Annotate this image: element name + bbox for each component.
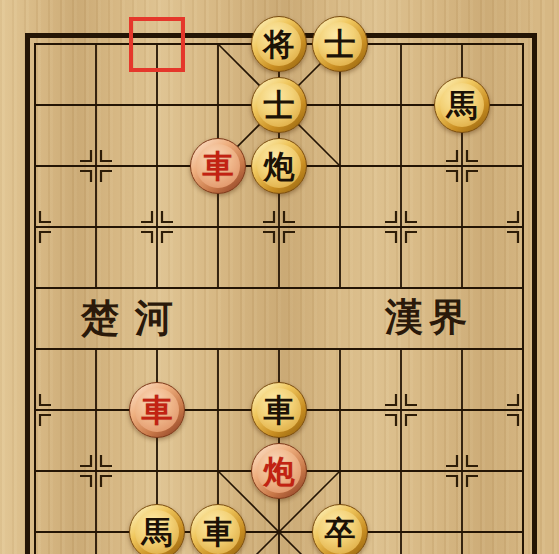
- piece-black-chariot[interactable]: 車: [251, 382, 307, 438]
- board-point-1-1[interactable]: [66, 75, 127, 136]
- board-point-5-8[interactable]: 卒: [310, 502, 371, 554]
- board-point-2-3[interactable]: [127, 197, 188, 258]
- board-point-7-7[interactable]: [432, 441, 493, 502]
- board-point-5-0[interactable]: 士: [310, 14, 371, 75]
- board-point-7-6[interactable]: [432, 380, 493, 441]
- board-point-5-6[interactable]: [310, 380, 371, 441]
- board-point-0-3[interactable]: [5, 197, 66, 258]
- piece-face: 士: [257, 83, 301, 127]
- piece-face: 馬: [440, 83, 484, 127]
- board-point-7-5[interactable]: [432, 319, 493, 380]
- board-point-6-7[interactable]: [371, 441, 432, 502]
- board-point-4-3[interactable]: [249, 197, 310, 258]
- board-point-5-1[interactable]: [310, 75, 371, 136]
- board-point-4-8[interactable]: [249, 502, 310, 554]
- board-point-1-5[interactable]: [66, 319, 127, 380]
- board-point-3-4[interactable]: [188, 258, 249, 319]
- board-point-5-4[interactable]: [310, 258, 371, 319]
- board-point-7-4[interactable]: [432, 258, 493, 319]
- piece-face: 将: [257, 22, 301, 66]
- board-point-7-3[interactable]: [432, 197, 493, 258]
- board-point-5-7[interactable]: [310, 441, 371, 502]
- xiangqi-screenshot: 楚河 漢界 将士士馬車炮車車炮馬車卒: [0, 0, 559, 554]
- board-point-0-1[interactable]: [5, 75, 66, 136]
- board-point-4-5[interactable]: [249, 319, 310, 380]
- piece-black-soldier[interactable]: 卒: [312, 504, 368, 554]
- board-point-5-5[interactable]: [310, 319, 371, 380]
- board-point-1-8[interactable]: [66, 502, 127, 554]
- piece-face: 車: [135, 388, 179, 432]
- piece-black-horse[interactable]: 馬: [434, 77, 490, 133]
- board-point-8-0[interactable]: [493, 14, 554, 75]
- board-point-6-5[interactable]: [371, 319, 432, 380]
- board-point-0-0[interactable]: [5, 14, 66, 75]
- board-point-3-6[interactable]: [188, 380, 249, 441]
- piece-black-advisor[interactable]: 士: [312, 16, 368, 72]
- board-point-1-0[interactable]: [66, 14, 127, 75]
- board-point-6-1[interactable]: [371, 75, 432, 136]
- piece-black-horse[interactable]: 馬: [129, 504, 185, 554]
- piece-glyph: 車: [203, 144, 234, 188]
- board-point-2-0[interactable]: [127, 14, 188, 75]
- board-point-2-8[interactable]: 馬: [127, 502, 188, 554]
- board-point-0-6[interactable]: [5, 380, 66, 441]
- board-point-0-4[interactable]: [5, 258, 66, 319]
- board-point-1-2[interactable]: [66, 136, 127, 197]
- board-point-8-2[interactable]: [493, 136, 554, 197]
- board-point-8-6[interactable]: [493, 380, 554, 441]
- board-point-6-8[interactable]: [371, 502, 432, 554]
- piece-glyph: 炮: [264, 144, 295, 188]
- piece-glyph: 馬: [447, 83, 478, 127]
- board-point-0-7[interactable]: [5, 441, 66, 502]
- board-point-8-4[interactable]: [493, 258, 554, 319]
- board-point-4-1[interactable]: 士: [249, 75, 310, 136]
- piece-glyph: 炮: [264, 449, 295, 493]
- board-point-7-1[interactable]: 馬: [432, 75, 493, 136]
- board-point-5-2[interactable]: [310, 136, 371, 197]
- piece-glyph: 将: [264, 22, 295, 66]
- board-point-8-8[interactable]: [493, 502, 554, 554]
- piece-face: 炮: [257, 449, 301, 493]
- piece-glyph: 卒: [325, 510, 356, 554]
- piece-glyph: 車: [203, 510, 234, 554]
- board-point-2-4[interactable]: [127, 258, 188, 319]
- piece-glyph: 士: [325, 22, 356, 66]
- piece-glyph: 車: [142, 388, 173, 432]
- board-point-4-7[interactable]: 炮: [249, 441, 310, 502]
- board-point-0-5[interactable]: [5, 319, 66, 380]
- board-point-6-4[interactable]: [371, 258, 432, 319]
- board-point-7-8[interactable]: [432, 502, 493, 554]
- board-point-3-0[interactable]: [188, 14, 249, 75]
- piece-face: 馬: [135, 510, 179, 554]
- board-point-6-0[interactable]: [371, 14, 432, 75]
- board-point-3-2[interactable]: 車: [188, 136, 249, 197]
- board-point-8-3[interactable]: [493, 197, 554, 258]
- piece-face: 卒: [318, 510, 362, 554]
- board-point-0-8[interactable]: [5, 502, 66, 554]
- piece-glyph: 車: [264, 388, 295, 432]
- piece-black-cannon[interactable]: 炮: [251, 138, 307, 194]
- piece-face: 車: [196, 144, 240, 188]
- board-point-4-4[interactable]: [249, 258, 310, 319]
- board-point-7-2[interactable]: [432, 136, 493, 197]
- board-point-8-5[interactable]: [493, 319, 554, 380]
- board-point-0-2[interactable]: [5, 136, 66, 197]
- board-point-3-3[interactable]: [188, 197, 249, 258]
- board-point-3-1[interactable]: [188, 75, 249, 136]
- piece-red-cannon[interactable]: 炮: [251, 443, 307, 499]
- board-point-1-3[interactable]: [66, 197, 127, 258]
- board-point-3-8[interactable]: 車: [188, 502, 249, 554]
- board-point-4-2[interactable]: 炮: [249, 136, 310, 197]
- board-point-6-2[interactable]: [371, 136, 432, 197]
- board-point-8-7[interactable]: [493, 441, 554, 502]
- board-point-5-3[interactable]: [310, 197, 371, 258]
- piece-red-chariot[interactable]: 車: [129, 382, 185, 438]
- board-point-6-6[interactable]: [371, 380, 432, 441]
- board-point-3-7[interactable]: [188, 441, 249, 502]
- board-point-1-7[interactable]: [66, 441, 127, 502]
- board-point-2-6[interactable]: 車: [127, 380, 188, 441]
- board-point-4-0[interactable]: 将: [249, 14, 310, 75]
- piece-red-chariot[interactable]: 車: [190, 138, 246, 194]
- board-point-2-7[interactable]: [127, 441, 188, 502]
- board-point-2-2[interactable]: [127, 136, 188, 197]
- board-point-6-3[interactable]: [371, 197, 432, 258]
- board-point-2-1[interactable]: [127, 75, 188, 136]
- board-grid: 将士士馬車炮車車炮馬車卒: [5, 14, 554, 554]
- board-point-1-4[interactable]: [66, 258, 127, 319]
- piece-face: 車: [257, 388, 301, 432]
- board-point-8-1[interactable]: [493, 75, 554, 136]
- board-point-1-6[interactable]: [66, 380, 127, 441]
- piece-black-advisor[interactable]: 士: [251, 77, 307, 133]
- piece-glyph: 馬: [142, 510, 173, 554]
- piece-face: 炮: [257, 144, 301, 188]
- board-point-3-5[interactable]: [188, 319, 249, 380]
- piece-black-chariot[interactable]: 車: [190, 504, 246, 554]
- piece-face: 士: [318, 22, 362, 66]
- board-point-2-5[interactable]: [127, 319, 188, 380]
- board-point-4-6[interactable]: 車: [249, 380, 310, 441]
- board-point-7-0[interactable]: [432, 14, 493, 75]
- piece-black-general[interactable]: 将: [251, 16, 307, 72]
- piece-glyph: 士: [264, 83, 295, 127]
- piece-face: 車: [196, 510, 240, 554]
